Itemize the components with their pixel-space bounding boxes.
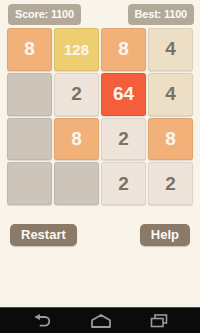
tile-8: 8 [148,118,193,161]
tile-64: 64 [101,73,146,116]
tile-8: 8 [7,28,52,71]
tile-8: 8 [101,28,146,71]
restart-button[interactable]: Restart [10,224,77,246]
empty-cell [7,118,52,161]
tile-2: 2 [54,73,99,116]
score-badge: Score: 1100 [8,4,81,25]
tile-2: 2 [101,118,146,161]
home-icon[interactable] [90,314,112,328]
empty-cell [7,73,52,116]
board-grid[interactable]: 812884264482822 [7,28,193,205]
empty-cell [54,162,99,205]
recents-icon[interactable] [150,314,168,328]
best-badge: Best: 1100 [128,4,194,25]
empty-cell [7,162,52,205]
android-navbar [0,307,200,333]
tile-2: 2 [101,162,146,205]
tile-4: 4 [148,28,193,71]
tile-4: 4 [148,73,193,116]
tile-128: 128 [54,28,99,71]
help-button[interactable]: Help [140,224,190,246]
tile-8: 8 [54,118,99,161]
tile-2: 2 [148,162,193,205]
back-icon[interactable] [32,314,52,328]
